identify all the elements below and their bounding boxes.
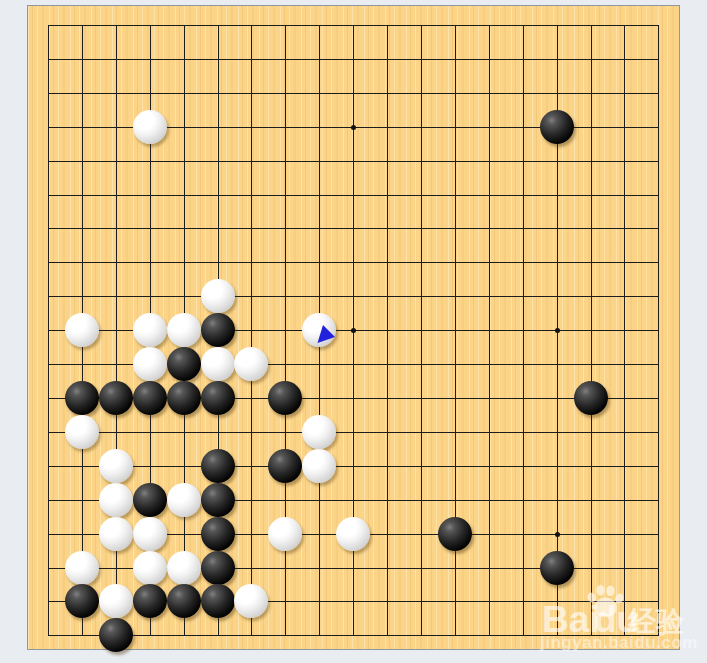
white-stone [133, 551, 167, 585]
white-stone [133, 517, 167, 551]
grid-line-vertical [489, 25, 490, 636]
watermark-url: jingyan.baidu.com [540, 633, 698, 653]
black-stone [133, 381, 167, 415]
grid-line-vertical [658, 25, 659, 636]
grid-line-vertical [387, 25, 388, 636]
black-stone [167, 584, 201, 618]
black-stone [133, 584, 167, 618]
white-stone [99, 449, 133, 483]
white-stone [99, 517, 133, 551]
black-stone [201, 483, 235, 517]
black-stone [99, 381, 133, 415]
black-stone [201, 584, 235, 618]
white-stone [99, 483, 133, 517]
star-point [555, 328, 560, 333]
grid-line-horizontal [48, 466, 659, 467]
black-stone [540, 110, 574, 144]
black-stone [574, 381, 608, 415]
white-stone [268, 517, 302, 551]
white-stone [133, 347, 167, 381]
white-stone [133, 313, 167, 347]
black-stone [201, 517, 235, 551]
black-stone [201, 449, 235, 483]
white-stone [234, 584, 268, 618]
white-stone [302, 415, 336, 449]
white-stone [65, 551, 99, 585]
last-move-white-stone [302, 313, 336, 347]
black-stone [167, 381, 201, 415]
star-point [351, 328, 356, 333]
star-point [555, 532, 560, 537]
black-stone [201, 551, 235, 585]
grid-line-vertical [624, 25, 625, 636]
white-stone [201, 279, 235, 313]
grid-line-vertical [523, 25, 524, 636]
black-stone [540, 551, 574, 585]
go-board[interactable] [27, 5, 680, 650]
black-stone [65, 584, 99, 618]
black-stone [65, 381, 99, 415]
grid-line-vertical [591, 25, 592, 636]
baidu-jingyan-watermark: Bai du 经验 jingyan.baidu.com [540, 586, 690, 652]
go-app-screenshot: Bai du 经验 jingyan.baidu.com [0, 0, 707, 663]
star-point [351, 125, 356, 130]
black-stone [268, 449, 302, 483]
black-stone [201, 381, 235, 415]
last-move-marker-icon [302, 313, 336, 347]
white-stone [234, 347, 268, 381]
white-stone [65, 313, 99, 347]
black-stone [99, 618, 133, 652]
white-stone [336, 517, 370, 551]
black-stone [438, 517, 472, 551]
white-stone [167, 313, 201, 347]
grid-line-vertical [421, 25, 422, 636]
black-stone [268, 381, 302, 415]
black-stone [167, 347, 201, 381]
white-stone [167, 483, 201, 517]
white-stone [302, 449, 336, 483]
white-stone [65, 415, 99, 449]
black-stone [133, 483, 167, 517]
white-stone [133, 110, 167, 144]
white-stone [99, 584, 133, 618]
grid-line-horizontal [48, 432, 659, 433]
white-stone [201, 347, 235, 381]
white-stone [167, 551, 201, 585]
black-stone [201, 313, 235, 347]
